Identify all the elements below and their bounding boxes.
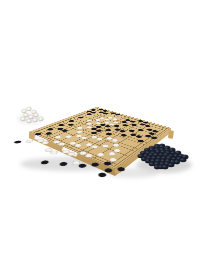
white-stone bbox=[34, 113, 39, 117]
black-stone bbox=[168, 163, 175, 167]
white-stone bbox=[33, 118, 38, 122]
product-photo-go-set: ●●●●●●●●●●●●●●●●●●●●●●●●●●●●●●●●●●●●●●●●… bbox=[0, 0, 200, 280]
white-stone bbox=[21, 117, 26, 121]
white-stone bbox=[27, 107, 32, 111]
white-stone bbox=[24, 113, 29, 117]
white-stone bbox=[39, 117, 44, 121]
black-stone bbox=[180, 158, 187, 162]
black-stone bbox=[162, 165, 169, 169]
white-stone bbox=[27, 119, 32, 123]
black-stone bbox=[174, 160, 180, 164]
white-stone bbox=[29, 115, 34, 119]
white-stone bbox=[22, 109, 27, 113]
